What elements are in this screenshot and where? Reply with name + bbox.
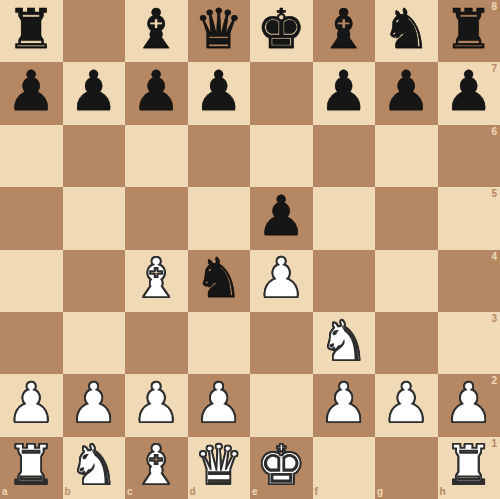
- square-h1[interactable]: h1♜: [438, 437, 500, 499]
- square-h3[interactable]: 3: [438, 312, 500, 374]
- square-e3[interactable]: [250, 312, 313, 374]
- square-g5[interactable]: [375, 187, 438, 249]
- square-b6[interactable]: [63, 125, 126, 187]
- square-d4[interactable]: ♞: [188, 250, 251, 312]
- square-d2[interactable]: ♟: [188, 374, 251, 436]
- square-c4[interactable]: ♝: [125, 250, 188, 312]
- square-g2[interactable]: ♟: [375, 374, 438, 436]
- square-b5[interactable]: [63, 187, 126, 249]
- square-c7[interactable]: ♟: [125, 62, 188, 124]
- square-h5[interactable]: 5: [438, 187, 500, 249]
- piece-white-pawn[interactable]: ♟: [319, 376, 368, 431]
- square-a6[interactable]: [0, 125, 63, 187]
- piece-black-knight[interactable]: ♞: [382, 2, 431, 57]
- square-d1[interactable]: d♛: [188, 437, 251, 499]
- square-e2[interactable]: [250, 374, 313, 436]
- piece-black-pawn[interactable]: ♟: [194, 64, 243, 119]
- square-g6[interactable]: [375, 125, 438, 187]
- square-b2[interactable]: ♟: [63, 374, 126, 436]
- square-a3[interactable]: [0, 312, 63, 374]
- square-e5[interactable]: ♟: [250, 187, 313, 249]
- piece-black-rook[interactable]: ♜: [7, 2, 56, 57]
- piece-white-pawn[interactable]: ♟: [257, 251, 306, 306]
- piece-white-pawn[interactable]: ♟: [132, 376, 181, 431]
- piece-white-rook[interactable]: ♜: [7, 438, 56, 493]
- square-a8[interactable]: ♜: [0, 0, 63, 62]
- piece-white-knight[interactable]: ♞: [69, 438, 118, 493]
- square-f6[interactable]: [313, 125, 376, 187]
- piece-white-bishop[interactable]: ♝: [132, 251, 181, 306]
- coord-file-f: f: [315, 487, 318, 497]
- square-a2[interactable]: ♟: [0, 374, 63, 436]
- coord-rank-4: 4: [491, 252, 497, 262]
- piece-white-pawn[interactable]: ♟: [382, 376, 431, 431]
- square-h8[interactable]: 8♜: [438, 0, 500, 62]
- square-c5[interactable]: [125, 187, 188, 249]
- square-g1[interactable]: g: [375, 437, 438, 499]
- piece-black-queen[interactable]: ♛: [194, 2, 243, 57]
- square-c2[interactable]: ♟: [125, 374, 188, 436]
- square-h7[interactable]: 7♟: [438, 62, 500, 124]
- piece-black-pawn[interactable]: ♟: [257, 189, 306, 244]
- square-f3[interactable]: ♞: [313, 312, 376, 374]
- piece-white-rook[interactable]: ♜: [444, 438, 493, 493]
- square-e6[interactable]: [250, 125, 313, 187]
- piece-black-pawn[interactable]: ♟: [319, 64, 368, 119]
- square-e1[interactable]: e♚: [250, 437, 313, 499]
- piece-black-pawn[interactable]: ♟: [382, 64, 431, 119]
- square-d7[interactable]: ♟: [188, 62, 251, 124]
- square-b7[interactable]: ♟: [63, 62, 126, 124]
- square-f7[interactable]: ♟: [313, 62, 376, 124]
- piece-black-pawn[interactable]: ♟: [69, 64, 118, 119]
- piece-black-bishop[interactable]: ♝: [132, 2, 181, 57]
- coord-rank-3: 3: [491, 314, 497, 324]
- square-g4[interactable]: [375, 250, 438, 312]
- square-d3[interactable]: [188, 312, 251, 374]
- square-f8[interactable]: ♝: [313, 0, 376, 62]
- square-d5[interactable]: [188, 187, 251, 249]
- square-h6[interactable]: 6: [438, 125, 500, 187]
- piece-white-knight[interactable]: ♞: [319, 314, 368, 369]
- square-d8[interactable]: ♛: [188, 0, 251, 62]
- piece-black-pawn[interactable]: ♟: [132, 64, 181, 119]
- square-a5[interactable]: [0, 187, 63, 249]
- square-e4[interactable]: ♟: [250, 250, 313, 312]
- piece-black-rook[interactable]: ♜: [444, 2, 493, 57]
- square-a4[interactable]: [0, 250, 63, 312]
- square-f2[interactable]: ♟: [313, 374, 376, 436]
- piece-black-pawn[interactable]: ♟: [444, 64, 493, 119]
- square-g7[interactable]: ♟: [375, 62, 438, 124]
- piece-white-pawn[interactable]: ♟: [444, 376, 493, 431]
- piece-white-king[interactable]: ♚: [257, 438, 306, 493]
- piece-black-knight[interactable]: ♞: [194, 251, 243, 306]
- square-c3[interactable]: [125, 312, 188, 374]
- square-f1[interactable]: f: [313, 437, 376, 499]
- square-f4[interactable]: [313, 250, 376, 312]
- square-b1[interactable]: b♞: [63, 437, 126, 499]
- piece-white-pawn[interactable]: ♟: [194, 376, 243, 431]
- chess-board: ♜♝♛♚♝♞8♜♟♟♟♟♟♟7♟6♟5♝♞♟4♞3♟♟♟♟♟♟2♟a♜b♞c♝d…: [0, 0, 500, 499]
- square-g8[interactable]: ♞: [375, 0, 438, 62]
- square-h2[interactable]: 2♟: [438, 374, 500, 436]
- piece-black-bishop[interactable]: ♝: [319, 2, 368, 57]
- square-f5[interactable]: [313, 187, 376, 249]
- square-c8[interactable]: ♝: [125, 0, 188, 62]
- piece-white-bishop[interactable]: ♝: [132, 438, 181, 493]
- square-d6[interactable]: [188, 125, 251, 187]
- piece-black-pawn[interactable]: ♟: [7, 64, 56, 119]
- square-c1[interactable]: c♝: [125, 437, 188, 499]
- square-e7[interactable]: [250, 62, 313, 124]
- coord-file-g: g: [377, 487, 383, 497]
- piece-black-king[interactable]: ♚: [257, 2, 306, 57]
- square-b4[interactable]: [63, 250, 126, 312]
- piece-white-queen[interactable]: ♛: [194, 438, 243, 493]
- square-b8[interactable]: [63, 0, 126, 62]
- square-a7[interactable]: ♟: [0, 62, 63, 124]
- piece-white-pawn[interactable]: ♟: [69, 376, 118, 431]
- square-c6[interactable]: [125, 125, 188, 187]
- square-e8[interactable]: ♚: [250, 0, 313, 62]
- square-a1[interactable]: a♜: [0, 437, 63, 499]
- piece-white-pawn[interactable]: ♟: [7, 376, 56, 431]
- square-b3[interactable]: [63, 312, 126, 374]
- square-g3[interactable]: [375, 312, 438, 374]
- coord-rank-6: 6: [491, 127, 497, 137]
- coord-rank-5: 5: [491, 189, 497, 199]
- square-h4[interactable]: 4: [438, 250, 500, 312]
